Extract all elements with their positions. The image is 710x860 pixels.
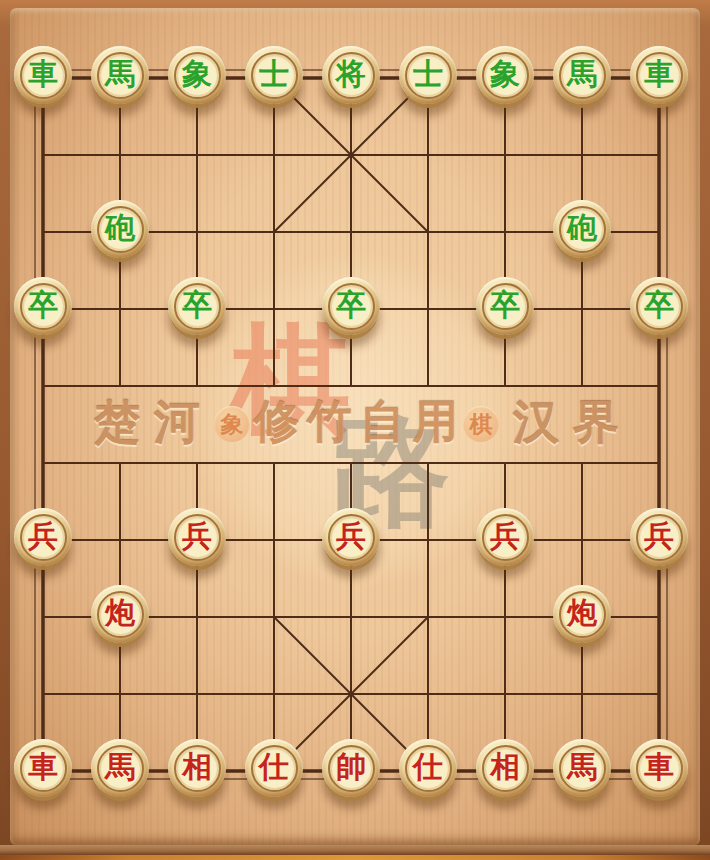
piece-face: 卒 (636, 283, 683, 330)
piece-glyph: 卒 (336, 290, 366, 320)
piece-red-horse[interactable]: 馬 (553, 739, 611, 797)
piece-face: 仕 (405, 745, 452, 792)
piece-face: 車 (20, 745, 67, 792)
piece-glyph: 炮 (567, 598, 597, 628)
piece-face: 仕 (251, 745, 298, 792)
piece-glyph: 将 (336, 59, 366, 89)
piece-glyph: 馬 (567, 752, 597, 782)
piece-glyph: 仕 (413, 752, 443, 782)
piece-face: 馬 (97, 52, 144, 99)
piece-red-soldier[interactable]: 兵 (630, 508, 688, 566)
piece-glyph: 砲 (567, 213, 597, 243)
board-bottom-edge (0, 845, 710, 860)
piece-face: 卒 (328, 283, 375, 330)
piece-face: 車 (20, 52, 67, 99)
piece-black-chariot[interactable]: 車 (630, 46, 688, 104)
piece-glyph: 馬 (105, 752, 135, 782)
piece-face: 帥 (328, 745, 375, 792)
piece-glyph: 象 (490, 59, 520, 89)
piece-black-cannon[interactable]: 砲 (553, 200, 611, 258)
piece-black-soldier[interactable]: 卒 (476, 277, 534, 335)
piece-glyph: 士 (259, 59, 289, 89)
piece-face: 相 (174, 745, 221, 792)
piece-glyph: 馬 (105, 59, 135, 89)
piece-red-general[interactable]: 帥 (322, 739, 380, 797)
piece-red-cannon[interactable]: 炮 (91, 585, 149, 643)
piece-red-advisor[interactable]: 仕 (399, 739, 457, 797)
piece-face: 馬 (97, 745, 144, 792)
piece-glyph: 馬 (567, 59, 597, 89)
piece-glyph: 兵 (28, 521, 58, 551)
piece-face: 馬 (559, 52, 606, 99)
piece-face: 相 (482, 745, 529, 792)
piece-glyph: 卒 (182, 290, 212, 320)
piece-glyph: 士 (413, 59, 443, 89)
piece-face: 将 (328, 52, 375, 99)
piece-red-chariot[interactable]: 車 (14, 739, 72, 797)
piece-glyph: 車 (644, 59, 674, 89)
piece-red-elephant[interactable]: 相 (168, 739, 226, 797)
piece-black-elephant[interactable]: 象 (168, 46, 226, 104)
piece-face: 卒 (482, 283, 529, 330)
piece-face: 車 (636, 52, 683, 99)
piece-red-advisor[interactable]: 仕 (245, 739, 303, 797)
piece-glyph: 卒 (490, 290, 520, 320)
piece-glyph: 卒 (644, 290, 674, 320)
piece-black-general[interactable]: 将 (322, 46, 380, 104)
piece-face: 砲 (97, 206, 144, 253)
piece-red-cannon[interactable]: 炮 (553, 585, 611, 643)
piece-glyph: 相 (182, 752, 212, 782)
piece-glyph: 兵 (336, 521, 366, 551)
piece-red-chariot[interactable]: 車 (630, 739, 688, 797)
piece-face: 卒 (174, 283, 221, 330)
piece-glyph: 帥 (336, 752, 366, 782)
piece-red-soldier[interactable]: 兵 (322, 508, 380, 566)
xiangqi-board: 棋 路 (0, 0, 710, 860)
piece-glyph: 炮 (105, 598, 135, 628)
piece-glyph: 兵 (644, 521, 674, 551)
piece-glyph: 相 (490, 752, 520, 782)
piece-black-advisor[interactable]: 士 (399, 46, 457, 104)
piece-face: 卒 (20, 283, 67, 330)
piece-glyph: 車 (28, 59, 58, 89)
piece-grid: 車馬象士将士象馬車砲砲卒卒卒卒卒兵兵兵兵兵炮炮車馬相仕帥仕相馬車 (5, 40, 698, 810)
piece-black-soldier[interactable]: 卒 (168, 277, 226, 335)
piece-red-soldier[interactable]: 兵 (168, 508, 226, 566)
piece-face: 兵 (636, 514, 683, 561)
piece-black-advisor[interactable]: 士 (245, 46, 303, 104)
board-bottom-glow (0, 855, 710, 860)
piece-glyph: 象 (182, 59, 212, 89)
piece-black-horse[interactable]: 馬 (91, 46, 149, 104)
piece-face: 炮 (559, 591, 606, 638)
piece-face: 象 (482, 52, 529, 99)
piece-red-soldier[interactable]: 兵 (14, 508, 72, 566)
piece-face: 車 (636, 745, 683, 792)
piece-face: 象 (174, 52, 221, 99)
piece-face: 士 (405, 52, 452, 99)
piece-black-soldier[interactable]: 卒 (630, 277, 688, 335)
piece-black-elephant[interactable]: 象 (476, 46, 534, 104)
piece-black-cannon[interactable]: 砲 (91, 200, 149, 258)
piece-black-soldier[interactable]: 卒 (322, 277, 380, 335)
piece-face: 士 (251, 52, 298, 99)
piece-glyph: 卒 (28, 290, 58, 320)
piece-red-elephant[interactable]: 相 (476, 739, 534, 797)
piece-face: 馬 (559, 745, 606, 792)
piece-red-soldier[interactable]: 兵 (476, 508, 534, 566)
piece-glyph: 兵 (182, 521, 212, 551)
piece-face: 兵 (328, 514, 375, 561)
piece-red-horse[interactable]: 馬 (91, 739, 149, 797)
piece-glyph: 砲 (105, 213, 135, 243)
piece-black-horse[interactable]: 馬 (553, 46, 611, 104)
piece-glyph: 仕 (259, 752, 289, 782)
piece-glyph: 車 (28, 752, 58, 782)
piece-face: 兵 (482, 514, 529, 561)
piece-glyph: 車 (644, 752, 674, 782)
piece-face: 兵 (174, 514, 221, 561)
piece-face: 砲 (559, 206, 606, 253)
piece-face: 炮 (97, 591, 144, 638)
piece-black-chariot[interactable]: 車 (14, 46, 72, 104)
piece-black-soldier[interactable]: 卒 (14, 277, 72, 335)
piece-face: 兵 (20, 514, 67, 561)
piece-glyph: 兵 (490, 521, 520, 551)
